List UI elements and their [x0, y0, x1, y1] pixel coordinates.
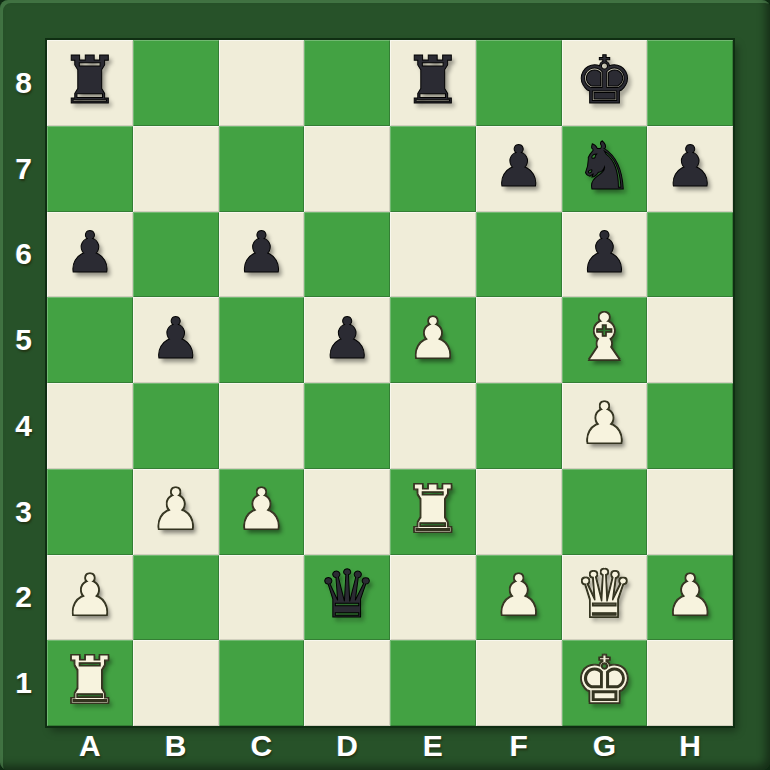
square-c6[interactable]: ♟ [219, 212, 305, 298]
square-a1[interactable]: ♜ [47, 640, 133, 726]
square-e1[interactable] [390, 640, 476, 726]
piece-white-queen-g2[interactable]: ♛ [575, 562, 634, 628]
square-h2[interactable]: ♟ [647, 555, 733, 641]
rank-label-7: 7 [0, 126, 47, 212]
square-f8[interactable] [476, 40, 562, 126]
square-a7[interactable] [47, 126, 133, 212]
square-f3[interactable] [476, 469, 562, 555]
square-g2[interactable]: ♛ [562, 555, 648, 641]
piece-black-rook-e8[interactable]: ♜ [403, 48, 462, 114]
square-g6[interactable]: ♟ [562, 212, 648, 298]
square-e4[interactable] [390, 383, 476, 469]
square-g8[interactable]: ♚ [562, 40, 648, 126]
square-f2[interactable]: ♟ [476, 555, 562, 641]
rank-label-4: 4 [0, 383, 47, 469]
piece-white-pawn-h2[interactable]: ♟ [665, 567, 716, 624]
square-e2[interactable] [390, 555, 476, 641]
piece-white-pawn-f2[interactable]: ♟ [493, 567, 544, 624]
file-label-b: B [133, 726, 219, 766]
square-f1[interactable] [476, 640, 562, 726]
square-h8[interactable] [647, 40, 733, 126]
square-g7[interactable]: ♞ [562, 126, 648, 212]
square-d3[interactable] [304, 469, 390, 555]
square-b5[interactable]: ♟ [133, 297, 219, 383]
square-b7[interactable] [133, 126, 219, 212]
rank-label-5: 5 [0, 297, 47, 383]
square-d8[interactable] [304, 40, 390, 126]
file-label-f: F [476, 726, 562, 766]
square-c3[interactable]: ♟ [219, 469, 305, 555]
piece-white-rook-a1[interactable]: ♜ [60, 648, 119, 714]
square-f7[interactable]: ♟ [476, 126, 562, 212]
square-e3[interactable]: ♜ [390, 469, 476, 555]
rank-label-2: 2 [0, 555, 47, 641]
piece-black-knight-g7[interactable]: ♞ [575, 134, 634, 200]
square-h5[interactable] [647, 297, 733, 383]
square-c2[interactable] [219, 555, 305, 641]
square-h1[interactable] [647, 640, 733, 726]
piece-black-pawn-f7[interactable]: ♟ [493, 138, 544, 195]
file-label-h: H [647, 726, 733, 766]
square-d6[interactable] [304, 212, 390, 298]
square-f6[interactable] [476, 212, 562, 298]
square-g1[interactable]: ♚ [562, 640, 648, 726]
square-g3[interactable] [562, 469, 648, 555]
rank-label-3: 3 [0, 469, 47, 555]
square-c1[interactable] [219, 640, 305, 726]
piece-white-pawn-g4[interactable]: ♟ [579, 395, 630, 452]
piece-white-pawn-c3[interactable]: ♟ [236, 481, 287, 538]
square-h6[interactable] [647, 212, 733, 298]
square-e8[interactable]: ♜ [390, 40, 476, 126]
board-frame: 87654321 ♜♜♚♟♞♟♟♟♟♟♟♟♝♟♟♟♜♟♛♟♛♟♜♚ ABCDEF… [0, 0, 770, 770]
square-d2[interactable]: ♛ [304, 555, 390, 641]
square-f5[interactable] [476, 297, 562, 383]
square-e7[interactable] [390, 126, 476, 212]
file-label-a: A [47, 726, 133, 766]
square-h4[interactable] [647, 383, 733, 469]
piece-black-pawn-b5[interactable]: ♟ [150, 310, 201, 367]
chess-board[interactable]: ♜♜♚♟♞♟♟♟♟♟♟♟♝♟♟♟♜♟♛♟♛♟♜♚ [47, 40, 733, 726]
square-d1[interactable] [304, 640, 390, 726]
square-b1[interactable] [133, 640, 219, 726]
square-h3[interactable] [647, 469, 733, 555]
file-label-d: D [304, 726, 390, 766]
piece-white-bishop-g5[interactable]: ♝ [575, 305, 634, 371]
piece-white-king-g1[interactable]: ♚ [575, 648, 634, 714]
rank-label-8: 8 [0, 40, 47, 126]
piece-black-queen-d2[interactable]: ♛ [318, 562, 377, 628]
piece-black-pawn-a6[interactable]: ♟ [64, 224, 115, 281]
piece-black-pawn-g6[interactable]: ♟ [579, 224, 630, 281]
square-a5[interactable] [47, 297, 133, 383]
file-label-e: E [390, 726, 476, 766]
square-b2[interactable] [133, 555, 219, 641]
square-g5[interactable]: ♝ [562, 297, 648, 383]
square-a8[interactable]: ♜ [47, 40, 133, 126]
piece-black-pawn-h7[interactable]: ♟ [665, 138, 716, 195]
piece-black-rook-a8[interactable]: ♜ [60, 48, 119, 114]
piece-black-pawn-d5[interactable]: ♟ [322, 310, 373, 367]
square-c4[interactable] [219, 383, 305, 469]
square-h7[interactable]: ♟ [647, 126, 733, 212]
rank-labels: 87654321 [0, 40, 47, 726]
square-b8[interactable] [133, 40, 219, 126]
square-e5[interactable]: ♟ [390, 297, 476, 383]
piece-white-pawn-a2[interactable]: ♟ [64, 567, 115, 624]
square-a6[interactable]: ♟ [47, 212, 133, 298]
square-g4[interactable]: ♟ [562, 383, 648, 469]
piece-black-king-g8[interactable]: ♚ [575, 48, 634, 114]
rank-label-6: 6 [0, 212, 47, 298]
file-label-g: G [562, 726, 648, 766]
square-c5[interactable] [219, 297, 305, 383]
square-a3[interactable] [47, 469, 133, 555]
rank-label-1: 1 [0, 640, 47, 726]
square-e6[interactable] [390, 212, 476, 298]
square-d7[interactable] [304, 126, 390, 212]
square-b3[interactable]: ♟ [133, 469, 219, 555]
square-b6[interactable] [133, 212, 219, 298]
square-d4[interactable] [304, 383, 390, 469]
piece-black-pawn-c6[interactable]: ♟ [236, 224, 287, 281]
square-c8[interactable] [219, 40, 305, 126]
piece-white-rook-e3[interactable]: ♜ [403, 477, 462, 543]
square-a2[interactable]: ♟ [47, 555, 133, 641]
square-c7[interactable] [219, 126, 305, 212]
square-f4[interactable] [476, 383, 562, 469]
file-label-c: C [219, 726, 305, 766]
square-d5[interactable]: ♟ [304, 297, 390, 383]
file-labels: ABCDEFGH [47, 726, 733, 766]
square-a4[interactable] [47, 383, 133, 469]
piece-white-pawn-e5[interactable]: ♟ [407, 310, 458, 367]
piece-white-pawn-b3[interactable]: ♟ [150, 481, 201, 538]
square-b4[interactable] [133, 383, 219, 469]
